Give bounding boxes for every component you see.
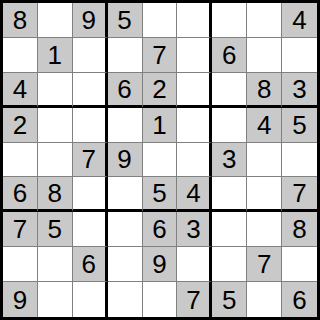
cell-r4c6-empty[interactable] <box>177 108 212 143</box>
cell-r3c8-given: 8 <box>247 73 282 108</box>
cell-r1c5-empty[interactable] <box>143 3 178 38</box>
cell-r5c4-given: 9 <box>108 143 143 178</box>
cell-r6c5-given: 5 <box>143 177 178 212</box>
cell-r4c4-empty[interactable] <box>108 108 143 143</box>
cell-r5c6-empty[interactable] <box>177 143 212 178</box>
cell-r3c1-given: 4 <box>3 73 38 108</box>
cell-r9c4-empty[interactable] <box>108 282 143 317</box>
cell-r2c3-empty[interactable] <box>73 38 108 73</box>
cell-r9c5-empty[interactable] <box>143 282 178 317</box>
cell-r6c3-empty[interactable] <box>73 177 108 212</box>
cell-r9c6-given: 7 <box>177 282 212 317</box>
cell-r1c8-empty[interactable] <box>247 3 282 38</box>
cell-r3c9-given: 3 <box>282 73 317 108</box>
cell-r7c7-empty[interactable] <box>212 212 247 247</box>
cell-r2c9-empty[interactable] <box>282 38 317 73</box>
cell-r5c2-empty[interactable] <box>38 143 73 178</box>
cell-r2c6-empty[interactable] <box>177 38 212 73</box>
cell-r1c1-given: 8 <box>3 3 38 38</box>
cell-r8c3-given: 6 <box>73 247 108 282</box>
cell-r9c2-empty[interactable] <box>38 282 73 317</box>
cell-r8c9-empty[interactable] <box>282 247 317 282</box>
cell-r5c7-given: 3 <box>212 143 247 178</box>
cell-r7c2-given: 5 <box>38 212 73 247</box>
cell-r8c8-given: 7 <box>247 247 282 282</box>
cell-r6c9-given: 7 <box>282 177 317 212</box>
cell-r3c4-given: 6 <box>108 73 143 108</box>
cell-r4c8-given: 4 <box>247 108 282 143</box>
cell-r6c4-empty[interactable] <box>108 177 143 212</box>
cell-r1c3-given: 9 <box>73 3 108 38</box>
cell-r7c6-given: 3 <box>177 212 212 247</box>
cell-r9c7-given: 5 <box>212 282 247 317</box>
cell-r4c1-given: 2 <box>3 108 38 143</box>
cell-r1c2-empty[interactable] <box>38 3 73 38</box>
cell-r1c4-given: 5 <box>108 3 143 38</box>
cell-r8c2-empty[interactable] <box>38 247 73 282</box>
cell-r4c9-given: 5 <box>282 108 317 143</box>
cell-r7c3-empty[interactable] <box>73 212 108 247</box>
cell-r7c8-empty[interactable] <box>247 212 282 247</box>
cell-r2c4-empty[interactable] <box>108 38 143 73</box>
cell-r6c8-empty[interactable] <box>247 177 282 212</box>
cell-r3c2-empty[interactable] <box>38 73 73 108</box>
cell-r3c3-empty[interactable] <box>73 73 108 108</box>
cell-r8c4-empty[interactable] <box>108 247 143 282</box>
cell-r1c6-empty[interactable] <box>177 3 212 38</box>
cell-r6c7-empty[interactable] <box>212 177 247 212</box>
cell-r8c5-given: 9 <box>143 247 178 282</box>
cell-r4c7-empty[interactable] <box>212 108 247 143</box>
cell-r2c5-given: 7 <box>143 38 178 73</box>
cell-r8c1-empty[interactable] <box>3 247 38 282</box>
cell-r5c3-given: 7 <box>73 143 108 178</box>
cell-r8c7-empty[interactable] <box>212 247 247 282</box>
cell-r4c5-given: 1 <box>143 108 178 143</box>
cell-r7c4-empty[interactable] <box>108 212 143 247</box>
cell-r6c1-given: 6 <box>3 177 38 212</box>
cell-r9c3-empty[interactable] <box>73 282 108 317</box>
cell-r4c2-empty[interactable] <box>38 108 73 143</box>
cell-r3c5-given: 2 <box>143 73 178 108</box>
cell-r7c5-given: 6 <box>143 212 178 247</box>
cell-r8c6-empty[interactable] <box>177 247 212 282</box>
cell-r3c7-empty[interactable] <box>212 73 247 108</box>
sudoku-board: 895417646283214579368547756386979756 <box>0 0 320 320</box>
cell-r6c6-given: 4 <box>177 177 212 212</box>
cell-r4c3-empty[interactable] <box>73 108 108 143</box>
cell-r9c9-given: 6 <box>282 282 317 317</box>
cell-r5c5-empty[interactable] <box>143 143 178 178</box>
cell-r7c1-given: 7 <box>3 212 38 247</box>
cell-r3c6-empty[interactable] <box>177 73 212 108</box>
cell-r5c8-empty[interactable] <box>247 143 282 178</box>
cell-r2c1-empty[interactable] <box>3 38 38 73</box>
cell-r7c9-given: 8 <box>282 212 317 247</box>
cell-r9c1-given: 9 <box>3 282 38 317</box>
cell-r5c1-empty[interactable] <box>3 143 38 178</box>
cell-r2c2-given: 1 <box>38 38 73 73</box>
cell-r9c8-empty[interactable] <box>247 282 282 317</box>
cell-r1c7-empty[interactable] <box>212 3 247 38</box>
cell-r2c8-empty[interactable] <box>247 38 282 73</box>
cell-r1c9-given: 4 <box>282 3 317 38</box>
cell-r2c7-given: 6 <box>212 38 247 73</box>
cell-r5c9-empty[interactable] <box>282 143 317 178</box>
cell-r6c2-given: 8 <box>38 177 73 212</box>
